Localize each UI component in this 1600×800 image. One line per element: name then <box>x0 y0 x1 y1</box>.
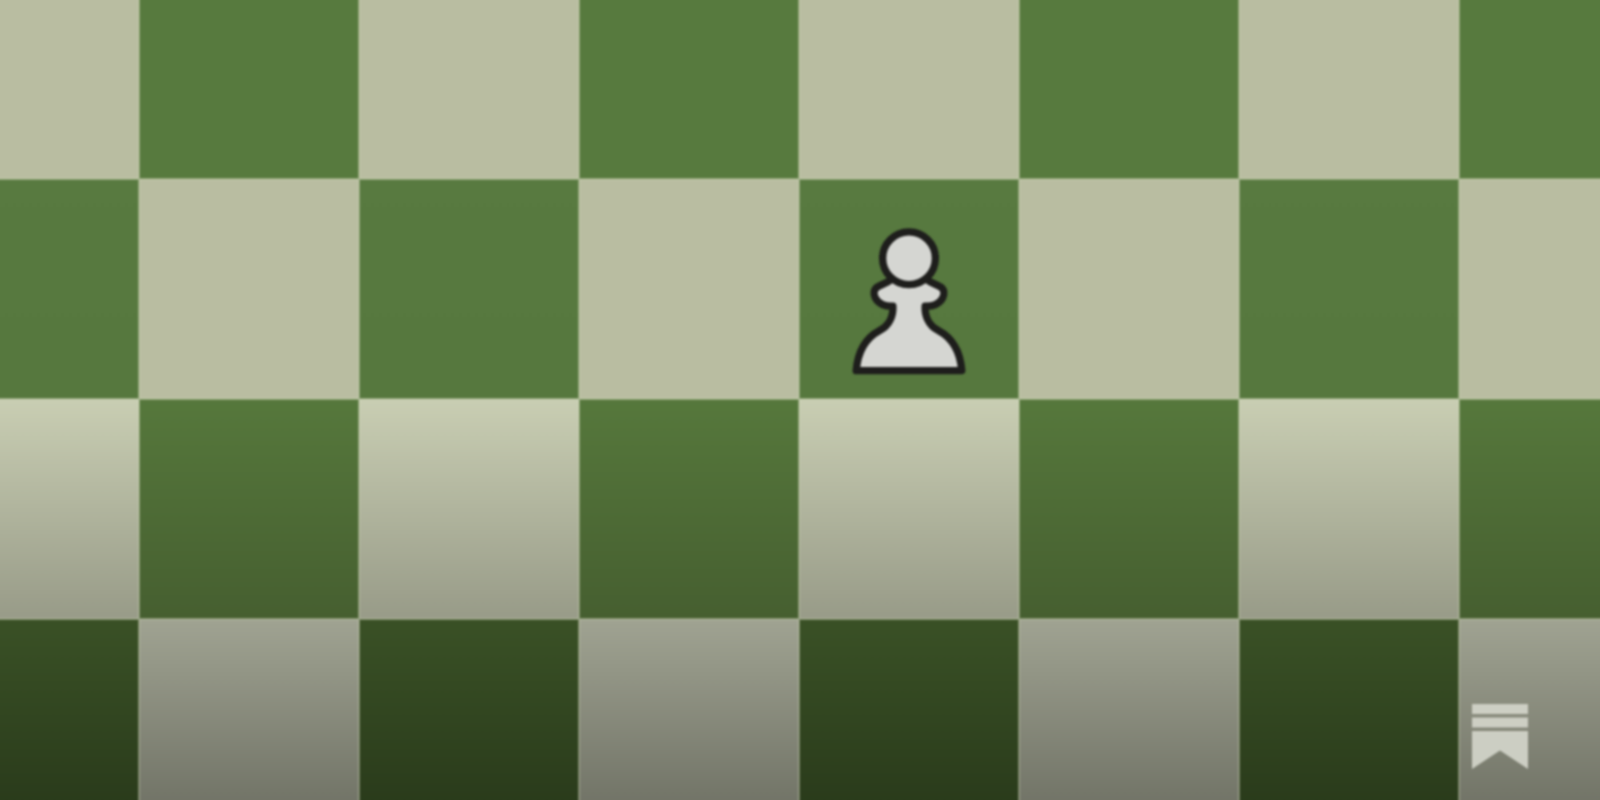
board-square[interactable] <box>1239 179 1459 399</box>
board-square[interactable] <box>139 179 359 399</box>
board-square[interactable] <box>0 619 139 800</box>
pawn-head <box>883 232 936 285</box>
board-square[interactable] <box>359 399 579 619</box>
board-square[interactable] <box>1459 0 1600 179</box>
board-square[interactable] <box>1019 0 1239 179</box>
board-square[interactable] <box>359 0 579 179</box>
board-square[interactable] <box>799 0 1019 179</box>
board-square[interactable] <box>139 399 359 619</box>
substack-logo-icon <box>1472 704 1528 769</box>
board-square[interactable] <box>579 179 799 399</box>
board-square[interactable] <box>1459 179 1600 399</box>
board-square[interactable] <box>0 399 139 619</box>
board-square[interactable] <box>359 619 579 800</box>
board-square[interactable] <box>1239 399 1459 619</box>
board-square[interactable] <box>1019 399 1239 619</box>
board-square[interactable] <box>579 399 799 619</box>
board-square[interactable] <box>799 619 1019 800</box>
board-square[interactable] <box>139 619 359 800</box>
board-square[interactable] <box>1019 179 1239 399</box>
board-square[interactable] <box>1239 0 1459 179</box>
substack-logo-bar-top <box>1472 704 1528 714</box>
board-square[interactable] <box>359 179 579 399</box>
cover-image <box>0 0 1600 800</box>
chess-board <box>0 0 1600 800</box>
board-square[interactable] <box>0 0 139 179</box>
white-pawn[interactable] <box>799 179 1019 399</box>
board-square[interactable] <box>1239 619 1459 800</box>
board-square[interactable] <box>1019 619 1239 800</box>
board-square[interactable] <box>1459 399 1600 619</box>
board-square[interactable] <box>0 179 139 399</box>
board-square[interactable] <box>579 619 799 800</box>
board-square[interactable] <box>799 399 1019 619</box>
substack-logo-bar-middle <box>1472 718 1528 728</box>
board-square[interactable] <box>579 0 799 179</box>
substack-logo-bookmark <box>1472 731 1528 769</box>
board-square[interactable] <box>139 0 359 179</box>
